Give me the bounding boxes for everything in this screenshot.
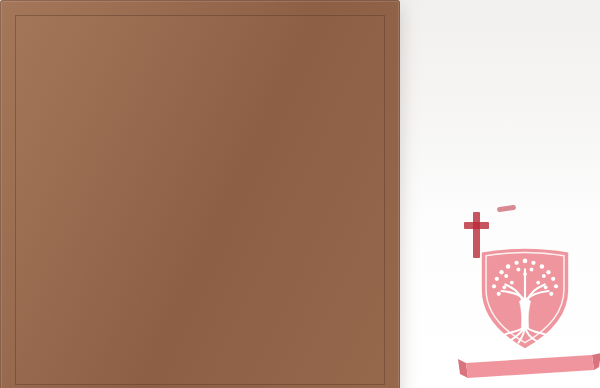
watermark-brand-text: [459, 219, 492, 265]
olive-tree-icon: [492, 259, 558, 343]
product-photo-stage: [0, 0, 600, 388]
watermark-flourish: [497, 205, 517, 213]
shield-icon: [476, 245, 574, 353]
pieces-layer: [0, 0, 400, 388]
ribbon-fold-left: [458, 359, 468, 378]
shield-inner-line: [486, 253, 564, 343]
checkers-board: [0, 0, 400, 388]
shield-shape: [482, 249, 568, 349]
ribbon-banner: [456, 350, 600, 384]
ribbon-fold-right: [592, 353, 600, 370]
ribbon-band: [466, 355, 594, 378]
cross-icon: [464, 212, 489, 258]
